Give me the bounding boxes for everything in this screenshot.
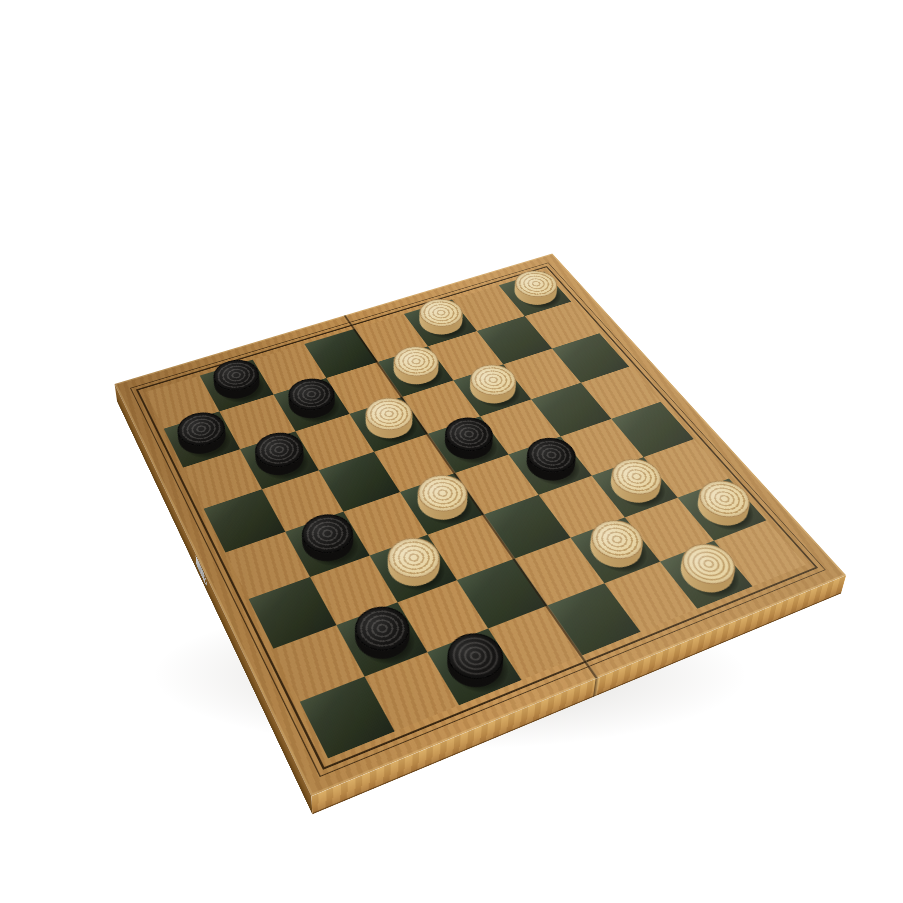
white-checker-h1[interactable]	[506, 276, 563, 311]
white-checker-f3[interactable]	[462, 370, 523, 411]
black-checker-c2[interactable]	[282, 383, 342, 425]
black-checker-b3[interactable]	[248, 437, 310, 483]
white-checker-e2[interactable]	[386, 351, 445, 391]
white-checker-f7[interactable]	[580, 524, 650, 576]
black-checker-a2[interactable]	[172, 417, 232, 461]
white-checker-d3[interactable]	[358, 403, 420, 446]
white-checker-c6[interactable]	[379, 542, 448, 595]
white-checker-d5[interactable]	[409, 479, 475, 528]
black-checker-e4[interactable]	[436, 422, 500, 467]
scene	[0, 0, 903, 903]
black-checker-f5[interactable]	[517, 442, 583, 488]
fold-seam-front	[593, 677, 600, 697]
white-checker-g8[interactable]	[670, 548, 743, 602]
checkers-board	[115, 253, 847, 796]
white-checker-g6[interactable]	[601, 463, 669, 510]
photo-background	[0, 0, 903, 903]
